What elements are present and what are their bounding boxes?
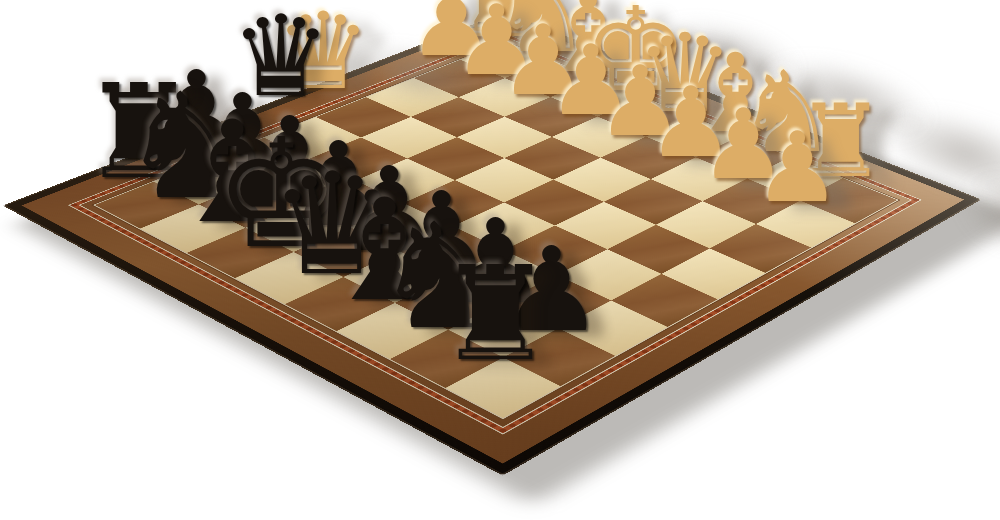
chess-set-photo: ♜♞♝♛♚♝♞♜♟♟♟♟♟♟♟♟♟♟♟♟♟♟♟♟♜♞♝♛♚♝♞♜♛♛ xyxy=(0,0,1000,520)
